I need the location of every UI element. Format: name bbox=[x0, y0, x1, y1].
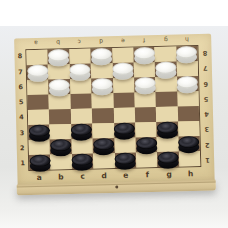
square-c4[interactable] bbox=[71, 109, 93, 125]
rank-label-7: 7 bbox=[199, 60, 212, 76]
white-man-h6[interactable] bbox=[177, 76, 198, 94]
file-label-h: h bbox=[176, 34, 198, 46]
file-label-d: d bbox=[90, 36, 112, 48]
black-man-c3[interactable] bbox=[71, 124, 92, 142]
square-f8[interactable] bbox=[133, 47, 155, 63]
rank-label-6: 6 bbox=[199, 75, 212, 91]
square-g8[interactable] bbox=[155, 46, 177, 62]
black-man-d2[interactable] bbox=[93, 138, 114, 156]
rank-label-4: 4 bbox=[200, 106, 213, 122]
square-a7[interactable] bbox=[27, 65, 49, 81]
rank-label-5: 5 bbox=[199, 90, 212, 106]
square-g1[interactable] bbox=[157, 151, 179, 167]
square-d3[interactable] bbox=[92, 123, 114, 139]
rank-label-2: 2 bbox=[17, 141, 28, 157]
rank-label-7: 7 bbox=[15, 64, 26, 80]
square-b6[interactable] bbox=[49, 79, 71, 95]
square-h8[interactable] bbox=[176, 46, 198, 62]
black-man-e1[interactable] bbox=[115, 152, 136, 170]
rank-label-8: 8 bbox=[198, 45, 211, 61]
board-field bbox=[25, 45, 201, 171]
square-c3[interactable] bbox=[71, 124, 93, 140]
square-e8[interactable] bbox=[112, 48, 134, 64]
square-a5[interactable] bbox=[28, 95, 50, 111]
square-c8[interactable] bbox=[69, 49, 91, 65]
square-e1[interactable] bbox=[114, 152, 136, 168]
rank-label-2: 2 bbox=[201, 136, 214, 152]
board-frame: abcdefgh abcdefgh 87654321 87654321 bbox=[14, 34, 215, 186]
checkers-board: abcdefgh abcdefgh 87654321 87654321 bbox=[14, 34, 215, 196]
hinge-pin-icon bbox=[115, 185, 118, 188]
white-man-b6[interactable] bbox=[49, 79, 70, 97]
white-man-f6[interactable] bbox=[134, 77, 155, 95]
square-e3[interactable] bbox=[114, 122, 136, 138]
square-b8[interactable] bbox=[48, 49, 70, 65]
white-man-f8[interactable] bbox=[133, 47, 154, 65]
rank-label-4: 4 bbox=[16, 110, 27, 126]
square-c5[interactable] bbox=[70, 94, 92, 110]
rank-label-1: 1 bbox=[201, 151, 214, 167]
square-a4[interactable] bbox=[28, 110, 50, 126]
square-a8[interactable] bbox=[26, 50, 48, 66]
square-h3[interactable] bbox=[178, 121, 200, 137]
file-label-c: c bbox=[68, 37, 90, 49]
white-man-d8[interactable] bbox=[91, 48, 112, 66]
square-d8[interactable] bbox=[91, 48, 113, 64]
rank-label-3: 3 bbox=[16, 125, 27, 141]
file-label-e: e bbox=[112, 36, 134, 48]
square-b4[interactable] bbox=[49, 109, 71, 125]
square-h6[interactable] bbox=[177, 76, 199, 92]
black-man-g1[interactable] bbox=[157, 151, 178, 169]
file-label-b: b bbox=[47, 37, 69, 49]
black-man-f2[interactable] bbox=[136, 137, 157, 155]
white-man-e7[interactable] bbox=[112, 63, 133, 81]
product-photo: abcdefgh abcdefgh 87654321 87654321 bbox=[0, 0, 228, 228]
square-f2[interactable] bbox=[135, 137, 157, 153]
white-man-b8[interactable] bbox=[48, 49, 69, 67]
rank-label-5: 5 bbox=[15, 95, 26, 111]
square-b2[interactable] bbox=[50, 139, 72, 155]
square-d2[interactable] bbox=[93, 138, 115, 154]
rank-label-8: 8 bbox=[14, 49, 25, 65]
square-f4[interactable] bbox=[135, 107, 157, 123]
white-man-h8[interactable] bbox=[176, 46, 197, 64]
black-man-e3[interactable] bbox=[114, 123, 135, 141]
rank-label-6: 6 bbox=[15, 80, 26, 96]
square-g7[interactable] bbox=[155, 61, 177, 77]
square-f6[interactable] bbox=[134, 77, 156, 93]
square-g5[interactable] bbox=[156, 91, 178, 107]
black-man-h2[interactable] bbox=[178, 136, 199, 154]
square-h4[interactable] bbox=[177, 106, 199, 122]
square-h2[interactable] bbox=[178, 136, 200, 152]
square-a3[interactable] bbox=[28, 125, 50, 141]
file-label-a: a bbox=[25, 38, 47, 50]
square-d6[interactable] bbox=[91, 78, 113, 94]
black-man-b2[interactable] bbox=[50, 139, 71, 157]
square-e7[interactable] bbox=[112, 63, 134, 79]
black-man-c1[interactable] bbox=[72, 154, 93, 172]
square-f3[interactable] bbox=[135, 122, 157, 138]
white-man-a7[interactable] bbox=[27, 65, 48, 83]
square-b3[interactable] bbox=[50, 124, 72, 140]
black-man-a3[interactable] bbox=[28, 125, 49, 143]
rank-label-1: 1 bbox=[17, 156, 28, 172]
square-g3[interactable] bbox=[156, 121, 178, 137]
square-c7[interactable] bbox=[70, 64, 92, 80]
white-man-d6[interactable] bbox=[91, 78, 112, 96]
black-man-a1[interactable] bbox=[29, 155, 50, 173]
square-d4[interactable] bbox=[92, 108, 114, 124]
square-c1[interactable] bbox=[72, 154, 94, 170]
square-e5[interactable] bbox=[113, 93, 135, 109]
square-e4[interactable] bbox=[113, 108, 135, 124]
black-man-g3[interactable] bbox=[157, 121, 178, 139]
rank-label-3: 3 bbox=[200, 121, 213, 137]
white-man-c7[interactable] bbox=[70, 64, 91, 82]
file-label-g: g bbox=[155, 34, 177, 46]
square-g4[interactable] bbox=[156, 106, 178, 122]
file-label-f: f bbox=[133, 35, 155, 47]
white-man-g7[interactable] bbox=[155, 61, 176, 79]
square-a1[interactable] bbox=[29, 155, 51, 171]
